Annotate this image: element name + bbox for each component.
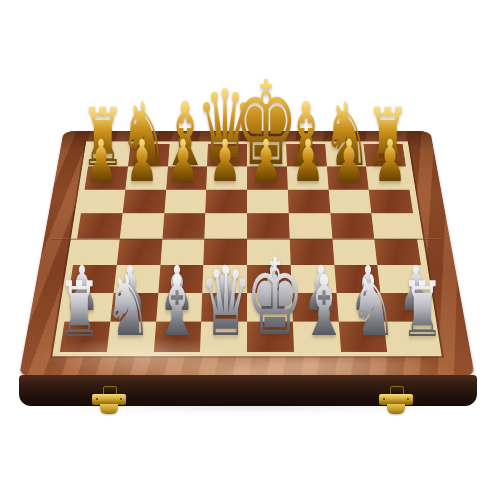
square-g4 — [332, 239, 377, 265]
board-grid — [60, 144, 434, 352]
square-d7 — [206, 166, 247, 189]
square-b7 — [125, 166, 167, 189]
square-g3 — [334, 265, 381, 293]
square-a8 — [88, 144, 130, 166]
square-b5 — [120, 213, 164, 238]
square-d4 — [204, 239, 247, 265]
square-a3 — [69, 265, 117, 293]
square-h5 — [372, 213, 417, 238]
chess-set-product-photo: ♜♞♝♛♚♝♞♜♟♟♟♟♟♟♟♟♟♟♟♟♟♟♟♟♜♞♝♛♚♝♞♜ — [0, 0, 500, 500]
square-a5 — [77, 213, 122, 238]
square-c6 — [164, 189, 206, 213]
square-a7 — [85, 166, 128, 189]
square-h2 — [381, 293, 430, 322]
square-g8 — [325, 144, 366, 166]
square-f2 — [292, 293, 339, 322]
square-a6 — [81, 189, 125, 213]
square-b8 — [128, 144, 169, 166]
square-b6 — [122, 189, 165, 213]
square-h1 — [384, 322, 434, 352]
square-d5 — [205, 213, 247, 238]
square-d2 — [201, 293, 247, 322]
square-e3 — [247, 265, 292, 293]
square-f1 — [293, 322, 341, 352]
square-b4 — [117, 239, 162, 265]
chess-board — [19, 131, 475, 377]
square-f8 — [286, 144, 327, 166]
square-h6 — [369, 189, 413, 213]
square-a1 — [60, 322, 110, 352]
square-c8 — [168, 144, 209, 166]
scene — [0, 0, 500, 500]
square-d8 — [207, 144, 247, 166]
square-g6 — [328, 189, 371, 213]
square-e2 — [247, 293, 293, 322]
square-c5 — [162, 213, 205, 238]
square-c7 — [166, 166, 207, 189]
square-b2 — [110, 293, 158, 322]
square-e4 — [247, 239, 290, 265]
square-h8 — [364, 144, 406, 166]
square-g7 — [326, 166, 368, 189]
square-g2 — [336, 293, 384, 322]
square-f6 — [288, 189, 330, 213]
latch-tab — [387, 404, 405, 414]
latch-left — [92, 386, 126, 415]
square-c3 — [158, 265, 204, 293]
square-e6 — [247, 189, 289, 213]
square-b1 — [107, 322, 156, 352]
board-fold-seam — [51, 238, 443, 240]
square-d3 — [202, 265, 247, 293]
square-c4 — [160, 239, 204, 265]
square-h7 — [366, 166, 409, 189]
square-f4 — [289, 239, 333, 265]
square-g1 — [338, 322, 387, 352]
square-e8 — [247, 144, 287, 166]
square-f7 — [287, 166, 328, 189]
square-e7 — [247, 166, 288, 189]
square-c2 — [156, 293, 203, 322]
square-d6 — [205, 189, 247, 213]
square-b3 — [113, 265, 160, 293]
square-a4 — [73, 239, 119, 265]
square-d1 — [200, 322, 247, 352]
square-e5 — [247, 213, 289, 238]
square-h4 — [374, 239, 420, 265]
square-e1 — [247, 322, 294, 352]
latch-right — [379, 386, 413, 415]
latch-tab — [100, 404, 118, 414]
maple-trim — [52, 141, 441, 356]
square-h3 — [377, 265, 425, 293]
square-f5 — [289, 213, 332, 238]
square-c1 — [153, 322, 201, 352]
square-f3 — [290, 265, 336, 293]
square-g5 — [330, 213, 374, 238]
square-a2 — [64, 293, 113, 322]
